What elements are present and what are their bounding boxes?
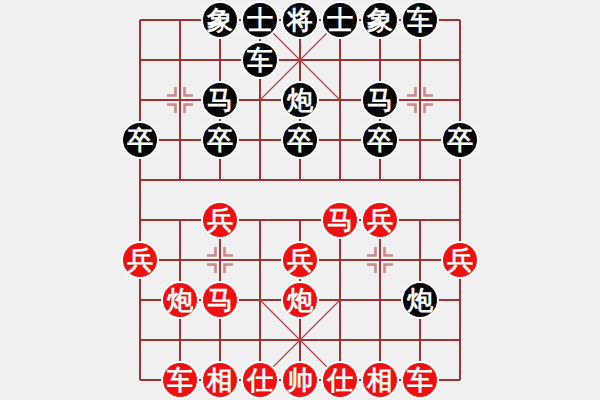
point-marker <box>367 265 376 274</box>
point-marker <box>207 247 216 256</box>
piece-red-soldier[interactable]: 兵 <box>361 201 399 239</box>
point-marker <box>185 87 194 96</box>
piece-black-advisor[interactable]: 士 <box>321 1 359 39</box>
piece-black-cannon[interactable]: 炮 <box>281 81 319 119</box>
app-background: 象士将士象车车马炮马卒卒卒卒卒炮兵马兵兵兵兵炮马炮车相仕帅仕相车 <box>0 0 600 400</box>
piece-black-soldier[interactable]: 卒 <box>281 121 319 159</box>
piece-red-soldier[interactable]: 兵 <box>121 241 159 279</box>
piece-black-cannon[interactable]: 炮 <box>401 281 439 319</box>
point-marker <box>367 247 376 256</box>
piece-red-elephant[interactable]: 相 <box>361 361 399 399</box>
piece-black-soldier[interactable]: 卒 <box>121 121 159 159</box>
point-marker <box>425 105 434 114</box>
piece-black-elephant[interactable]: 象 <box>361 1 399 39</box>
piece-red-horse[interactable]: 马 <box>201 281 239 319</box>
piece-black-general[interactable]: 将 <box>281 1 319 39</box>
piece-black-advisor[interactable]: 士 <box>241 1 279 39</box>
point-marker <box>225 265 234 274</box>
piece-red-advisor[interactable]: 仕 <box>241 361 279 399</box>
piece-red-chariot[interactable]: 车 <box>161 361 199 399</box>
point-marker <box>167 105 176 114</box>
piece-black-soldier[interactable]: 卒 <box>361 121 399 159</box>
point-marker <box>407 87 416 96</box>
point-marker <box>185 105 194 114</box>
piece-red-cannon[interactable]: 炮 <box>281 281 319 319</box>
point-marker <box>385 265 394 274</box>
point-marker <box>425 87 434 96</box>
piece-black-elephant[interactable]: 象 <box>201 1 239 39</box>
piece-black-chariot[interactable]: 车 <box>401 1 439 39</box>
point-marker <box>225 247 234 256</box>
xiangqi-board: 象士将士象车车马炮马卒卒卒卒卒炮兵马兵兵兵兵炮马炮车相仕帅仕相车 <box>140 20 460 380</box>
point-marker <box>385 247 394 256</box>
point-marker <box>167 87 176 96</box>
piece-red-chariot[interactable]: 车 <box>401 361 439 399</box>
piece-red-soldier[interactable]: 兵 <box>201 201 239 239</box>
piece-red-general[interactable]: 帅 <box>281 361 319 399</box>
piece-red-cannon[interactable]: 炮 <box>161 281 199 319</box>
piece-red-soldier[interactable]: 兵 <box>441 241 479 279</box>
piece-black-horse[interactable]: 马 <box>361 81 399 119</box>
piece-black-soldier[interactable]: 卒 <box>201 121 239 159</box>
point-marker <box>407 105 416 114</box>
piece-black-horse[interactable]: 马 <box>201 81 239 119</box>
piece-black-soldier[interactable]: 卒 <box>441 121 479 159</box>
piece-red-soldier[interactable]: 兵 <box>281 241 319 279</box>
point-marker <box>207 265 216 274</box>
board-grid <box>140 20 460 380</box>
piece-red-advisor[interactable]: 仕 <box>321 361 359 399</box>
piece-red-horse[interactable]: 马 <box>321 201 359 239</box>
piece-red-elephant[interactable]: 相 <box>201 361 239 399</box>
piece-black-chariot[interactable]: 车 <box>241 41 279 79</box>
